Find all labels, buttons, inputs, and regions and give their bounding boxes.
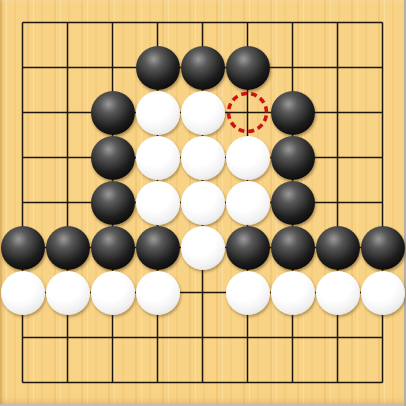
intersection[interactable] xyxy=(180,270,225,315)
intersection[interactable] xyxy=(90,135,135,180)
intersection[interactable] xyxy=(360,270,405,315)
intersection[interactable] xyxy=(315,90,360,135)
intersection[interactable] xyxy=(180,315,225,360)
intersection[interactable] xyxy=(315,360,360,405)
white-stone xyxy=(136,136,180,180)
intersection[interactable] xyxy=(360,225,405,270)
intersection[interactable] xyxy=(135,360,180,405)
intersection[interactable] xyxy=(315,0,360,45)
intersection[interactable] xyxy=(45,135,90,180)
intersection[interactable] xyxy=(135,45,180,90)
intersection[interactable] xyxy=(270,90,315,135)
intersection[interactable] xyxy=(135,180,180,225)
white-stone xyxy=(226,271,270,315)
intersection[interactable] xyxy=(180,135,225,180)
intersection[interactable] xyxy=(360,360,405,405)
intersection[interactable] xyxy=(270,180,315,225)
intersection[interactable] xyxy=(225,180,270,225)
intersection[interactable] xyxy=(90,270,135,315)
intersection[interactable] xyxy=(180,45,225,90)
intersection[interactable] xyxy=(135,135,180,180)
intersection[interactable] xyxy=(225,270,270,315)
intersection[interactable] xyxy=(0,315,45,360)
intersection[interactable] xyxy=(0,225,45,270)
intersection[interactable] xyxy=(225,225,270,270)
black-stone xyxy=(91,181,135,225)
intersection[interactable] xyxy=(45,360,90,405)
intersection[interactable] xyxy=(135,90,180,135)
intersection[interactable] xyxy=(360,0,405,45)
black-stone xyxy=(1,226,45,270)
intersection[interactable] xyxy=(0,90,45,135)
go-board-grid xyxy=(0,0,405,405)
white-stone xyxy=(136,91,180,135)
intersection[interactable] xyxy=(270,315,315,360)
black-stone xyxy=(271,136,315,180)
intersection[interactable] xyxy=(0,0,45,45)
intersection[interactable] xyxy=(45,45,90,90)
intersection[interactable] xyxy=(315,225,360,270)
intersection[interactable] xyxy=(90,0,135,45)
marked-point-dashed-circle xyxy=(225,90,270,135)
intersection[interactable] xyxy=(270,135,315,180)
intersection[interactable] xyxy=(0,180,45,225)
intersection[interactable] xyxy=(315,135,360,180)
intersection[interactable] xyxy=(270,270,315,315)
intersection[interactable] xyxy=(315,315,360,360)
white-stone xyxy=(361,271,405,315)
intersection[interactable] xyxy=(135,0,180,45)
white-stone xyxy=(136,271,180,315)
white-stone xyxy=(271,271,315,315)
intersection[interactable] xyxy=(45,315,90,360)
intersection[interactable] xyxy=(0,45,45,90)
intersection[interactable] xyxy=(45,225,90,270)
white-stone xyxy=(316,271,360,315)
black-stone xyxy=(181,46,225,90)
intersection[interactable] xyxy=(225,45,270,90)
intersection[interactable] xyxy=(45,180,90,225)
intersection[interactable] xyxy=(225,360,270,405)
intersection[interactable] xyxy=(90,225,135,270)
intersection[interactable] xyxy=(45,0,90,45)
intersection[interactable] xyxy=(270,225,315,270)
black-stone xyxy=(136,46,180,90)
intersection[interactable] xyxy=(270,360,315,405)
black-stone xyxy=(271,91,315,135)
white-stone xyxy=(46,271,90,315)
white-stone xyxy=(226,136,270,180)
intersection[interactable] xyxy=(90,45,135,90)
intersection[interactable] xyxy=(180,360,225,405)
black-stone xyxy=(226,46,270,90)
intersection[interactable] xyxy=(135,315,180,360)
intersection[interactable] xyxy=(225,90,270,135)
intersection[interactable] xyxy=(180,180,225,225)
intersection[interactable] xyxy=(360,315,405,360)
intersection[interactable] xyxy=(315,270,360,315)
intersection[interactable] xyxy=(360,180,405,225)
intersection[interactable] xyxy=(90,180,135,225)
intersection[interactable] xyxy=(90,315,135,360)
white-stone xyxy=(181,136,225,180)
black-stone xyxy=(361,226,405,270)
intersection[interactable] xyxy=(0,360,45,405)
intersection[interactable] xyxy=(0,270,45,315)
black-stone xyxy=(271,226,315,270)
intersection[interactable] xyxy=(225,0,270,45)
intersection[interactable] xyxy=(225,315,270,360)
intersection[interactable] xyxy=(360,90,405,135)
intersection[interactable] xyxy=(135,225,180,270)
black-stone xyxy=(136,226,180,270)
intersection[interactable] xyxy=(225,135,270,180)
intersection[interactable] xyxy=(270,45,315,90)
intersection[interactable] xyxy=(360,135,405,180)
black-stone xyxy=(46,226,90,270)
black-stone xyxy=(91,226,135,270)
white-stone xyxy=(1,271,45,315)
white-stone xyxy=(181,91,225,135)
white-stone xyxy=(136,181,180,225)
go-board xyxy=(0,0,406,406)
intersection[interactable] xyxy=(45,270,90,315)
intersection[interactable] xyxy=(360,45,405,90)
intersection[interactable] xyxy=(315,180,360,225)
black-stone xyxy=(91,91,135,135)
black-stone xyxy=(91,136,135,180)
intersection[interactable] xyxy=(45,90,90,135)
black-stone xyxy=(316,226,360,270)
white-stone xyxy=(91,271,135,315)
white-stone xyxy=(181,181,225,225)
intersection[interactable] xyxy=(315,45,360,90)
intersection[interactable] xyxy=(180,0,225,45)
intersection[interactable] xyxy=(90,360,135,405)
black-stone xyxy=(271,181,315,225)
intersection[interactable] xyxy=(180,225,225,270)
intersection[interactable] xyxy=(270,0,315,45)
white-stone xyxy=(181,226,225,270)
white-stone xyxy=(226,181,270,225)
intersection[interactable] xyxy=(135,270,180,315)
intersection[interactable] xyxy=(90,90,135,135)
intersection[interactable] xyxy=(0,135,45,180)
black-stone xyxy=(226,226,270,270)
intersection[interactable] xyxy=(180,90,225,135)
